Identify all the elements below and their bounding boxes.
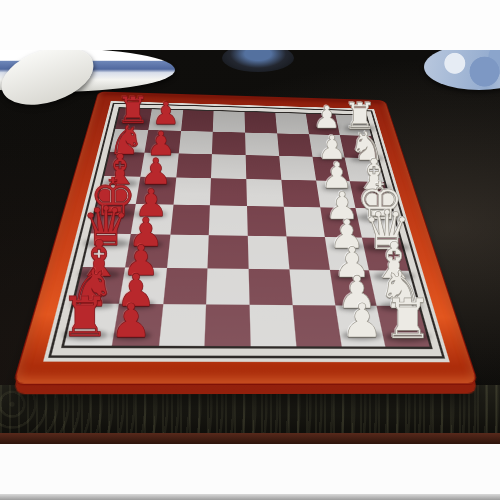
white-backdrop-top: [0, 0, 500, 50]
piece-red-pawn-a7[interactable]: ♟: [108, 297, 155, 344]
piece-red-rook-a8[interactable]: ♜: [58, 290, 113, 345]
photo-scene: Overhead-angle photo of a wooden chess b…: [0, 0, 500, 500]
photo-bottom-edge: [0, 494, 500, 500]
white-backdrop-bottom: [0, 444, 500, 500]
piece-white-rook-a1[interactable]: ♜: [381, 292, 436, 347]
pieces-layer: ♜♞♝♚♛♝♞♜♟♟♟♟♟♟♟♟♟♟♟♟♟♟♟♟♜♞♝♚♛♝♞♜: [0, 0, 500, 500]
